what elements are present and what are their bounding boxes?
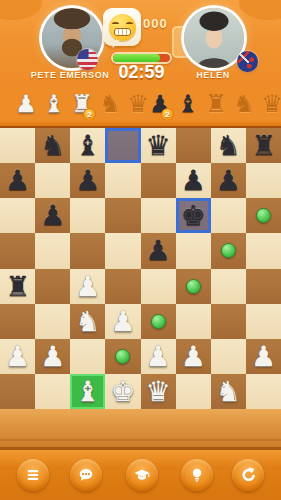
- square-d8[interactable]: [105, 128, 140, 163]
- timer-progress-fill: [113, 54, 160, 62]
- menu-button[interactable]: [17, 459, 49, 491]
- square-c1[interactable]: ♝: [70, 374, 105, 409]
- square-e7[interactable]: [141, 163, 176, 198]
- captured-black-bishop: ♝: [174, 87, 202, 122]
- square-e2[interactable]: ♟: [141, 339, 176, 374]
- white-pawn: ♟: [146, 339, 171, 374]
- square-c7[interactable]: ♟: [70, 163, 105, 198]
- square-a1[interactable]: [0, 374, 35, 409]
- square-g3[interactable]: [211, 304, 246, 339]
- captured-black-tray: ♟2♝♜♞♛: [146, 87, 281, 122]
- square-f8[interactable]: [176, 128, 211, 163]
- lightbulb-icon: [188, 466, 206, 484]
- square-a3[interactable]: [0, 304, 35, 339]
- square-d5[interactable]: [105, 233, 140, 268]
- square-b7[interactable]: [35, 163, 70, 198]
- square-e8[interactable]: ♛: [141, 128, 176, 163]
- square-e5[interactable]: ♟: [141, 233, 176, 268]
- square-g2[interactable]: [211, 339, 246, 374]
- square-b6[interactable]: ♟: [35, 198, 70, 233]
- square-f2[interactable]: ♟: [176, 339, 211, 374]
- square-a5[interactable]: [0, 233, 35, 268]
- white-pawn: ♟: [40, 339, 65, 374]
- white-pawn: ♟: [110, 304, 135, 339]
- square-a6[interactable]: [0, 198, 35, 233]
- square-f3[interactable]: [176, 304, 211, 339]
- black-bishop: ♝: [75, 128, 100, 163]
- square-c3[interactable]: ♞: [70, 304, 105, 339]
- square-d1[interactable]: ♚: [105, 374, 140, 409]
- queen-icon: ♛: [261, 87, 281, 122]
- captured-black-knight: ♞: [230, 87, 258, 122]
- knight-icon: ♞: [233, 87, 255, 122]
- undo-button[interactable]: [232, 459, 264, 491]
- square-e6[interactable]: [141, 198, 176, 233]
- chat-emoji-bubble[interactable]: [103, 8, 141, 46]
- square-a2[interactable]: ♟: [0, 339, 35, 374]
- square-h5[interactable]: [246, 233, 281, 268]
- captured-white-knight: ♞: [96, 87, 124, 122]
- captured-white-rook: ♜2: [68, 87, 96, 122]
- pawn-icon: ♟: [15, 87, 37, 122]
- captured-white-pawn: ♟: [12, 87, 40, 122]
- board-lower-frame: [0, 409, 281, 450]
- black-pawn: ♟: [75, 163, 100, 198]
- chat-button[interactable]: [70, 459, 102, 491]
- white-bishop: ♝: [75, 374, 100, 409]
- square-d2[interactable]: [105, 339, 140, 374]
- legal-move-dot[interactable]: [115, 349, 130, 364]
- white-pawn: ♟: [181, 339, 206, 374]
- grimacing-emoji-icon: [109, 14, 136, 41]
- square-a7[interactable]: ♟: [0, 163, 35, 198]
- square-h6[interactable]: [246, 198, 281, 233]
- white-pawn: ♟: [5, 339, 30, 374]
- captured-black-rook: ♜: [202, 87, 230, 122]
- square-c4[interactable]: ♟: [70, 269, 105, 304]
- rook-icon: ♜: [205, 87, 227, 122]
- square-g6[interactable]: [211, 198, 246, 233]
- square-a8[interactable]: [0, 128, 35, 163]
- graduation-cap-icon: [133, 466, 151, 484]
- chess-board: ♞♝♛♞♜♟♟♟♟♟♚♟♜♟♞♟♟♟♟♟♟♝♚♛♞: [0, 128, 281, 409]
- learn-button[interactable]: [126, 459, 158, 491]
- black-player-name: HELEN: [143, 70, 281, 80]
- square-d3[interactable]: ♟: [105, 304, 140, 339]
- white-knight: ♞: [75, 304, 100, 339]
- square-d6[interactable]: [105, 198, 140, 233]
- black-pawn: ♟: [5, 163, 30, 198]
- square-h3[interactable]: [246, 304, 281, 339]
- square-h4[interactable]: [246, 269, 281, 304]
- white-knight: ♞: [216, 374, 241, 409]
- black-rook: ♜: [251, 128, 276, 163]
- square-h8[interactable]: ♜: [246, 128, 281, 163]
- white-king: ♚: [110, 374, 135, 409]
- square-e3[interactable]: [141, 304, 176, 339]
- square-f7[interactable]: ♟: [176, 163, 211, 198]
- square-g5[interactable]: [211, 233, 246, 268]
- legal-move-dot[interactable]: [186, 279, 201, 294]
- bishop-icon: ♝: [43, 87, 65, 122]
- black-pawn: ♟: [216, 163, 241, 198]
- bishop-icon: ♝: [177, 87, 199, 122]
- undo-arrow-icon: [239, 466, 257, 484]
- captured-black-queen: ♛: [258, 87, 281, 122]
- black-queen: ♛: [146, 128, 171, 163]
- hamburger-icon: [24, 466, 42, 484]
- square-h2[interactable]: ♟: [246, 339, 281, 374]
- square-h1[interactable]: [246, 374, 281, 409]
- square-c6[interactable]: [70, 198, 105, 233]
- black-king: ♚: [181, 198, 206, 233]
- square-c5[interactable]: [70, 233, 105, 268]
- square-b3[interactable]: [35, 304, 70, 339]
- nz-flag-icon: [237, 51, 258, 72]
- square-b1[interactable]: [35, 374, 70, 409]
- player-header: PETE EMERSON 000 02:59 HELEN: [0, 0, 281, 88]
- square-f1[interactable]: [176, 374, 211, 409]
- legal-move-dot[interactable]: [256, 208, 271, 223]
- black-pawn: ♟: [40, 198, 65, 233]
- square-g8[interactable]: ♞: [211, 128, 246, 163]
- square-c8[interactable]: ♝: [70, 128, 105, 163]
- square-e1[interactable]: ♛: [141, 374, 176, 409]
- square-e4[interactable]: [141, 269, 176, 304]
- chat-bubble-icon: [77, 466, 95, 484]
- square-b4[interactable]: [35, 269, 70, 304]
- square-h7[interactable]: [246, 163, 281, 198]
- square-d4[interactable]: [105, 269, 140, 304]
- black-rook: ♜: [5, 269, 30, 304]
- square-a4[interactable]: ♜: [0, 269, 35, 304]
- bottom-toolbar: [0, 450, 281, 500]
- score-counter: 000: [143, 16, 168, 31]
- black-knight: ♞: [216, 128, 241, 163]
- square-b8[interactable]: ♞: [35, 128, 70, 163]
- black-knight: ♞: [40, 128, 65, 163]
- legal-move-dot[interactable]: [151, 314, 166, 329]
- white-pawn: ♟: [251, 339, 276, 374]
- square-g1[interactable]: ♞: [211, 374, 246, 409]
- square-g4[interactable]: [211, 269, 246, 304]
- captured-white-tray: ♟♝♜2♞♛: [12, 87, 152, 122]
- white-queen: ♛: [146, 374, 171, 409]
- square-b5[interactable]: [35, 233, 70, 268]
- legal-move-dot[interactable]: [221, 243, 236, 258]
- square-d7[interactable]: [105, 163, 140, 198]
- black-pawn: ♟: [146, 233, 171, 268]
- square-g7[interactable]: ♟: [211, 163, 246, 198]
- us-flag-icon: [77, 49, 98, 70]
- square-f4[interactable]: [176, 269, 211, 304]
- black-player-avatar[interactable]: [184, 8, 244, 68]
- captured-black-pawn: ♟2: [146, 87, 174, 122]
- square-c2[interactable]: [70, 339, 105, 374]
- square-f5[interactable]: [176, 233, 211, 268]
- white-pawn: ♟: [75, 269, 100, 304]
- black-pawn: ♟: [181, 163, 206, 198]
- captured-white-bishop: ♝: [40, 87, 68, 122]
- hint-button[interactable]: [181, 459, 213, 491]
- knight-icon: ♞: [99, 87, 121, 122]
- square-f6[interactable]: ♚: [176, 198, 211, 233]
- board-top-divider: [0, 120, 281, 128]
- square-b2[interactable]: ♟: [35, 339, 70, 374]
